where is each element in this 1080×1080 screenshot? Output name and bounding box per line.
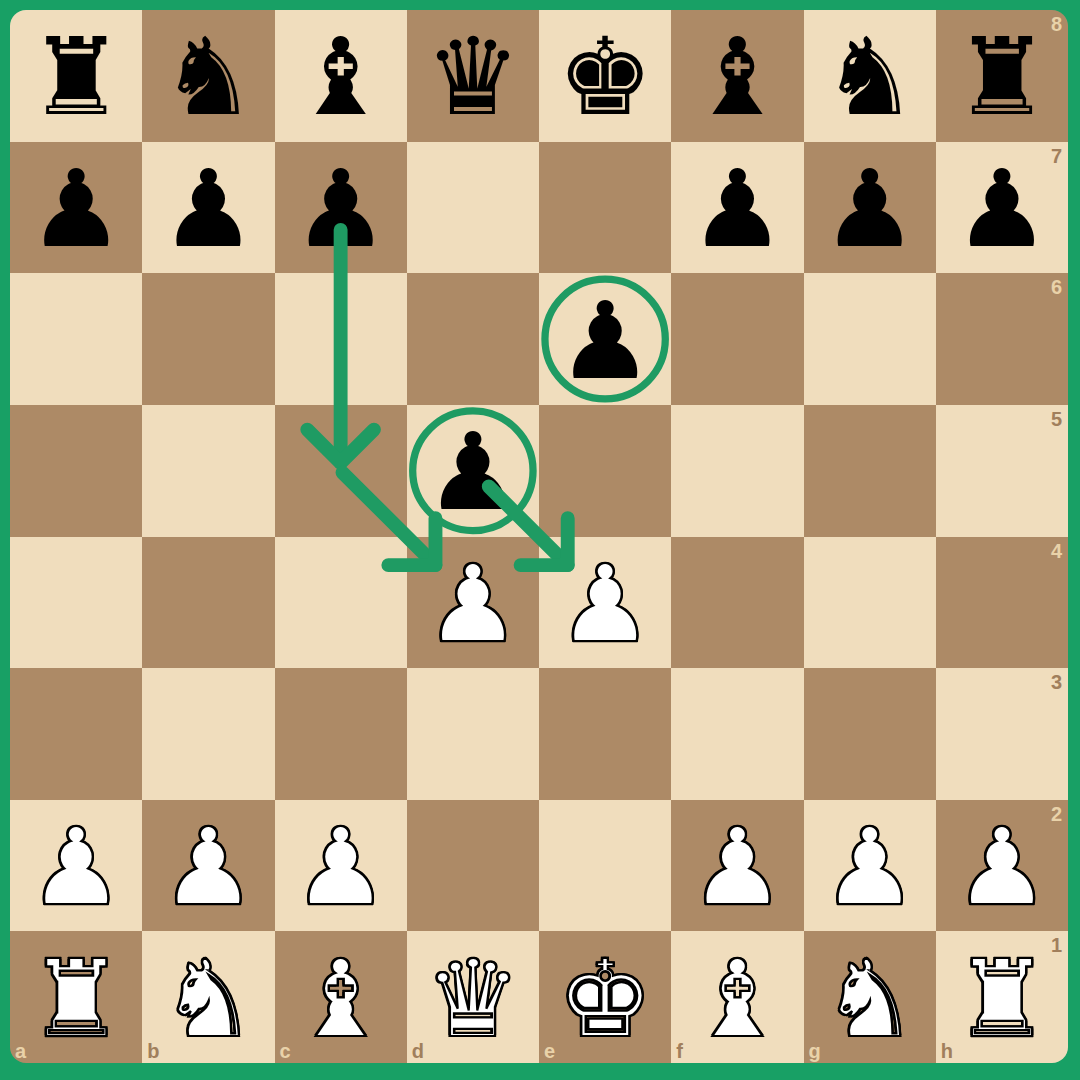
- rank-label-3: 3: [1051, 672, 1062, 692]
- piece-white-rook: ♜: [954, 946, 1050, 1053]
- piece-black-rook: ♜: [28, 24, 124, 131]
- square-f4[interactable]: [671, 537, 803, 669]
- square-g7[interactable]: ♟: [804, 142, 936, 274]
- square-h5[interactable]: 5: [936, 405, 1068, 537]
- piece-black-pawn: ♟: [689, 156, 785, 263]
- square-d1[interactable]: ♛d: [407, 931, 539, 1063]
- square-h6[interactable]: 6: [936, 273, 1068, 405]
- file-label-d: d: [412, 1041, 424, 1061]
- square-a2[interactable]: ♟: [10, 800, 142, 932]
- file-label-f: f: [676, 1041, 683, 1061]
- square-g4[interactable]: [804, 537, 936, 669]
- square-d5[interactable]: ♟: [407, 405, 539, 537]
- file-label-h: h: [941, 1041, 953, 1061]
- square-d6[interactable]: [407, 273, 539, 405]
- piece-black-pawn: ♟: [293, 156, 389, 263]
- piece-black-knight: ♞: [160, 24, 256, 131]
- piece-black-pawn: ♟: [557, 288, 653, 395]
- piece-black-pawn: ♟: [425, 419, 521, 526]
- piece-white-pawn: ♟: [28, 814, 124, 921]
- square-b6[interactable]: [142, 273, 274, 405]
- square-e1[interactable]: ♚e: [539, 931, 671, 1063]
- rank-label-8: 8: [1051, 14, 1062, 34]
- piece-white-rook: ♜: [28, 946, 124, 1053]
- square-d8[interactable]: ♛: [407, 10, 539, 142]
- piece-white-pawn: ♟: [293, 814, 389, 921]
- square-e7[interactable]: [539, 142, 671, 274]
- square-d3[interactable]: [407, 668, 539, 800]
- square-g3[interactable]: [804, 668, 936, 800]
- piece-black-pawn: ♟: [822, 156, 918, 263]
- piece-white-pawn: ♟: [160, 814, 256, 921]
- square-g2[interactable]: ♟: [804, 800, 936, 932]
- square-f6[interactable]: [671, 273, 803, 405]
- piece-white-pawn: ♟: [425, 551, 521, 658]
- square-d4[interactable]: ♟: [407, 537, 539, 669]
- square-f1[interactable]: ♝f: [671, 931, 803, 1063]
- square-b2[interactable]: ♟: [142, 800, 274, 932]
- square-b3[interactable]: [142, 668, 274, 800]
- square-c7[interactable]: ♟: [275, 142, 407, 274]
- square-b5[interactable]: [142, 405, 274, 537]
- square-b7[interactable]: ♟: [142, 142, 274, 274]
- square-c4[interactable]: [275, 537, 407, 669]
- square-b4[interactable]: [142, 537, 274, 669]
- chess-board: ♜♞♝♛♚♝♞♜8♟♟♟♟♟♟7♟6♟5♟♟43♟♟♟♟♟♟2♜a♞b♝c♛d♚…: [10, 10, 1068, 1063]
- rank-label-7: 7: [1051, 146, 1062, 166]
- square-g5[interactable]: [804, 405, 936, 537]
- piece-black-queen: ♛: [425, 24, 521, 131]
- square-h8[interactable]: ♜8: [936, 10, 1068, 142]
- piece-white-knight: ♞: [160, 946, 256, 1053]
- rank-label-6: 6: [1051, 277, 1062, 297]
- file-label-e: e: [544, 1041, 555, 1061]
- rank-label-5: 5: [1051, 409, 1062, 429]
- square-f5[interactable]: [671, 405, 803, 537]
- square-e3[interactable]: [539, 668, 671, 800]
- file-label-c: c: [280, 1041, 291, 1061]
- piece-white-pawn: ♟: [954, 814, 1050, 921]
- square-a4[interactable]: [10, 537, 142, 669]
- square-a6[interactable]: [10, 273, 142, 405]
- square-e6[interactable]: ♟: [539, 273, 671, 405]
- square-a1[interactable]: ♜a: [10, 931, 142, 1063]
- square-h7[interactable]: ♟7: [936, 142, 1068, 274]
- square-b1[interactable]: ♞b: [142, 931, 274, 1063]
- square-e2[interactable]: [539, 800, 671, 932]
- square-h1[interactable]: ♜1h: [936, 931, 1068, 1063]
- square-c2[interactable]: ♟: [275, 800, 407, 932]
- piece-white-pawn: ♟: [822, 814, 918, 921]
- square-g8[interactable]: ♞: [804, 10, 936, 142]
- square-d7[interactable]: [407, 142, 539, 274]
- file-label-a: a: [15, 1041, 26, 1061]
- square-f3[interactable]: [671, 668, 803, 800]
- square-d2[interactable]: [407, 800, 539, 932]
- piece-white-pawn: ♟: [689, 814, 785, 921]
- piece-black-pawn: ♟: [160, 156, 256, 263]
- square-c3[interactable]: [275, 668, 407, 800]
- piece-black-pawn: ♟: [28, 156, 124, 263]
- piece-black-rook: ♜: [954, 24, 1050, 131]
- square-a5[interactable]: [10, 405, 142, 537]
- piece-white-pawn: ♟: [557, 551, 653, 658]
- piece-white-bishop: ♝: [689, 946, 785, 1053]
- piece-white-queen: ♛: [425, 946, 521, 1053]
- square-e8[interactable]: ♚: [539, 10, 671, 142]
- piece-black-king: ♚: [557, 24, 653, 131]
- square-e4[interactable]: ♟: [539, 537, 671, 669]
- square-a3[interactable]: [10, 668, 142, 800]
- square-h4[interactable]: 4: [936, 537, 1068, 669]
- square-f8[interactable]: ♝: [671, 10, 803, 142]
- square-a8[interactable]: ♜: [10, 10, 142, 142]
- rank-label-4: 4: [1051, 541, 1062, 561]
- square-c6[interactable]: [275, 273, 407, 405]
- piece-white-bishop: ♝: [293, 946, 389, 1053]
- square-h2[interactable]: ♟2: [936, 800, 1068, 932]
- piece-black-knight: ♞: [822, 24, 918, 131]
- square-c5[interactable]: [275, 405, 407, 537]
- file-label-g: g: [809, 1041, 821, 1061]
- square-f2[interactable]: ♟: [671, 800, 803, 932]
- square-c1[interactable]: ♝c: [275, 931, 407, 1063]
- square-h3[interactable]: 3: [936, 668, 1068, 800]
- piece-black-bishop: ♝: [293, 24, 389, 131]
- square-e5[interactable]: [539, 405, 671, 537]
- square-f7[interactable]: ♟: [671, 142, 803, 274]
- file-label-b: b: [147, 1041, 159, 1061]
- piece-black-pawn: ♟: [954, 156, 1050, 263]
- square-c8[interactable]: ♝: [275, 10, 407, 142]
- square-g1[interactable]: ♞g: [804, 931, 936, 1063]
- rank-label-1: 1: [1051, 935, 1062, 955]
- square-a7[interactable]: ♟: [10, 142, 142, 274]
- piece-black-bishop: ♝: [689, 24, 785, 131]
- board-frame: ♜♞♝♛♚♝♞♜8♟♟♟♟♟♟7♟6♟5♟♟43♟♟♟♟♟♟2♜a♞b♝c♛d♚…: [10, 10, 1068, 1063]
- rank-label-2: 2: [1051, 804, 1062, 824]
- piece-white-knight: ♞: [822, 946, 918, 1053]
- square-b8[interactable]: ♞: [142, 10, 274, 142]
- square-g6[interactable]: [804, 273, 936, 405]
- piece-white-king: ♚: [557, 946, 653, 1053]
